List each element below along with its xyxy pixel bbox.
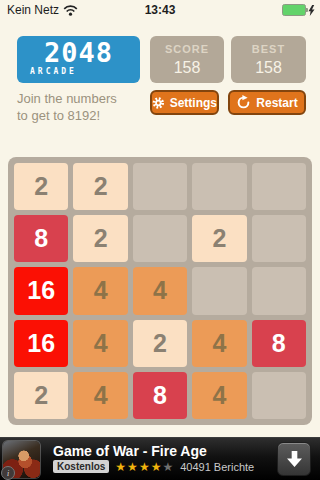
app-logo: 2048 ARCADE	[17, 36, 140, 83]
restart-button[interactable]: Restart	[228, 90, 306, 115]
ad-download-button[interactable]	[277, 442, 311, 476]
tile-8: 8	[14, 215, 68, 262]
tile-2: 2	[192, 215, 246, 262]
empty-cell	[192, 163, 246, 210]
tile-16: 16	[14, 267, 68, 314]
tile-4: 4	[192, 320, 246, 367]
empty-cell	[133, 215, 187, 262]
tagline-line1: Join the numbers	[17, 90, 117, 107]
empty-cell	[252, 215, 306, 262]
ad-banner[interactable]: i Game of War - Fire Age Kostenlos ★★★★★…	[0, 437, 320, 480]
star-filled-icon: ★	[151, 460, 163, 474]
tile-8: 8	[133, 372, 187, 419]
score-label: SCORE	[150, 43, 224, 55]
ad-price-badge: Kostenlos	[53, 460, 109, 473]
tile-4: 4	[73, 267, 127, 314]
empty-cell	[252, 267, 306, 314]
ad-info-icon[interactable]: i	[1, 466, 15, 480]
tile-4: 4	[73, 320, 127, 367]
logo-title: 2048	[17, 38, 140, 67]
star-empty-icon: ★	[162, 460, 174, 474]
tagline: Join the numbers to get to 8192!	[17, 90, 117, 124]
tagline-line2: to get to 8192!	[17, 107, 117, 124]
ad-star-rating: ★★★★★	[115, 461, 174, 473]
tile-2: 2	[73, 163, 127, 210]
ad-review-count: 40491 Berichte	[180, 461, 254, 473]
board-grid[interactable]: 2282216441642482484	[8, 157, 312, 425]
ad-meta-row: Kostenlos ★★★★★ 40491 Berichte	[53, 460, 254, 473]
tile-16: 16	[14, 320, 68, 367]
score-value: 158	[150, 59, 224, 77]
charging-bolt-icon	[308, 5, 315, 16]
tile-4: 4	[133, 267, 187, 314]
best-box: BEST 158	[231, 36, 306, 83]
star-filled-icon: ★	[115, 460, 127, 474]
tile-8: 8	[252, 320, 306, 367]
restart-label: Restart	[256, 96, 297, 110]
logo-subtitle: ARCADE	[30, 67, 140, 77]
settings-label: Settings	[170, 96, 217, 110]
tile-2: 2	[73, 215, 127, 262]
tile-2: 2	[14, 372, 68, 419]
empty-cell	[192, 267, 246, 314]
star-filled-icon: ★	[139, 460, 151, 474]
battery-icon	[282, 4, 306, 16]
tile-2: 2	[14, 163, 68, 210]
empty-cell	[252, 163, 306, 210]
score-box: SCORE 158	[150, 36, 224, 83]
best-label: BEST	[231, 43, 306, 55]
empty-cell	[133, 163, 187, 210]
ad-title: Game of War - Fire Age	[53, 443, 207, 459]
best-value: 158	[231, 59, 306, 77]
restart-icon	[236, 95, 251, 110]
app-screen: Kein Netz 13:43 2048 ARCADE SCORE 158 BE…	[0, 0, 320, 480]
empty-cell	[252, 372, 306, 419]
tile-4: 4	[192, 372, 246, 419]
settings-button[interactable]: Settings	[150, 90, 219, 115]
tile-4: 4	[73, 372, 127, 419]
star-filled-icon: ★	[127, 460, 139, 474]
download-arrow-icon	[287, 451, 302, 468]
ad-app-icon: i	[3, 441, 40, 478]
status-bar: Kein Netz 13:43	[0, 0, 320, 20]
tile-2: 2	[133, 320, 187, 367]
status-time: 13:43	[0, 3, 320, 17]
gear-icon	[152, 96, 165, 110]
